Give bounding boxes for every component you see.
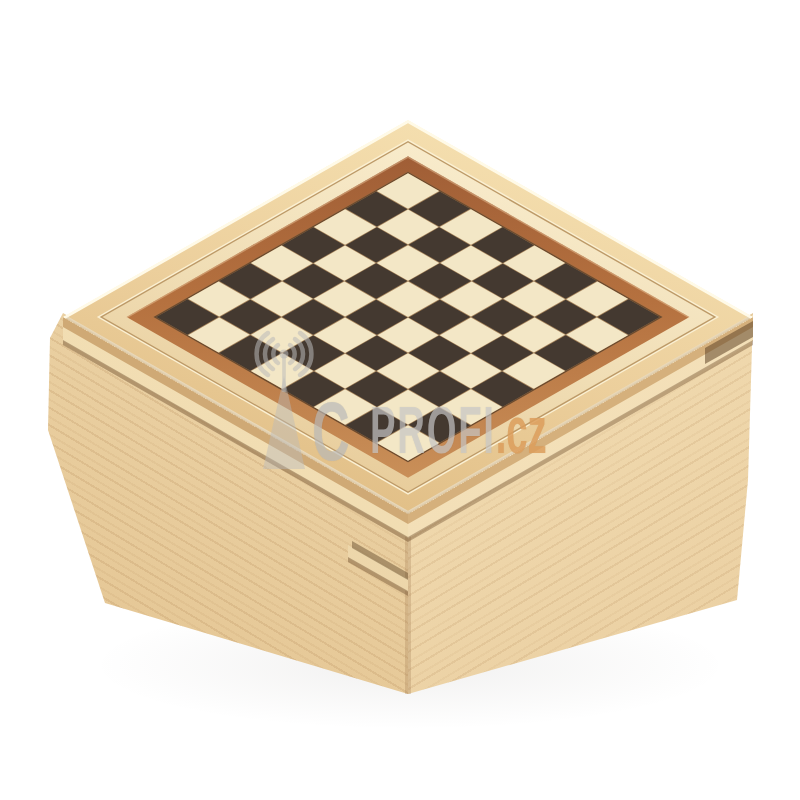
product-photo-scene: C PROFI.cz xyxy=(0,0,800,800)
